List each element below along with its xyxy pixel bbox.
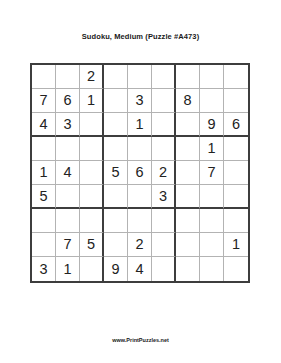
cell-r8c5[interactable]: 2 xyxy=(128,233,152,257)
cell-r3c5[interactable]: 1 xyxy=(128,113,152,137)
cell-r8c8[interactable] xyxy=(200,233,224,257)
cell-r8c4[interactable] xyxy=(104,233,128,257)
cell-r6c6[interactable]: 3 xyxy=(152,185,176,209)
cell-r4c4[interactable] xyxy=(104,137,128,161)
cell-r6c8[interactable] xyxy=(200,185,224,209)
cell-r7c3[interactable] xyxy=(80,209,104,233)
cell-r6c2[interactable] xyxy=(56,185,80,209)
cell-r1c4[interactable] xyxy=(104,65,128,89)
cell-r2c3[interactable]: 1 xyxy=(80,89,104,113)
cell-r7c1[interactable] xyxy=(32,209,56,233)
cell-r6c3[interactable] xyxy=(80,185,104,209)
cell-r7c5[interactable] xyxy=(128,209,152,233)
cell-r1c9[interactable] xyxy=(224,65,248,89)
cell-r1c7[interactable] xyxy=(176,65,200,89)
footer-site-url: www.PrintPuzzles.net xyxy=(0,337,281,343)
cell-r2c5[interactable]: 3 xyxy=(128,89,152,113)
cell-r6c5[interactable] xyxy=(128,185,152,209)
cell-r3c3[interactable] xyxy=(80,113,104,137)
cell-r9c8[interactable] xyxy=(200,257,224,281)
cell-r2c6[interactable] xyxy=(152,89,176,113)
cell-r4c9[interactable] xyxy=(224,137,248,161)
cell-r5c8[interactable]: 7 xyxy=(200,161,224,185)
cell-r7c7[interactable] xyxy=(176,209,200,233)
cell-r7c9[interactable] xyxy=(224,209,248,233)
cell-r4c7[interactable] xyxy=(176,137,200,161)
cell-r8c3[interactable]: 5 xyxy=(80,233,104,257)
cell-r5c4[interactable]: 5 xyxy=(104,161,128,185)
cell-r2c9[interactable] xyxy=(224,89,248,113)
cell-r7c2[interactable] xyxy=(56,209,80,233)
cell-r6c9[interactable] xyxy=(224,185,248,209)
cell-r8c7[interactable] xyxy=(176,233,200,257)
cell-r9c1[interactable]: 3 xyxy=(32,257,56,281)
cell-r4c3[interactable] xyxy=(80,137,104,161)
cell-r5c7[interactable] xyxy=(176,161,200,185)
cell-r3c7[interactable] xyxy=(176,113,200,137)
cell-r3c8[interactable]: 9 xyxy=(200,113,224,137)
cell-r2c2[interactable]: 6 xyxy=(56,89,80,113)
cell-r1c8[interactable] xyxy=(200,65,224,89)
cell-r4c2[interactable] xyxy=(56,137,80,161)
cell-r1c6[interactable] xyxy=(152,65,176,89)
cell-r1c3[interactable]: 2 xyxy=(80,65,104,89)
cell-r5c6[interactable]: 2 xyxy=(152,161,176,185)
cell-r3c9[interactable]: 6 xyxy=(224,113,248,137)
cell-r5c9[interactable] xyxy=(224,161,248,185)
cell-r2c4[interactable] xyxy=(104,89,128,113)
cell-r7c4[interactable] xyxy=(104,209,128,233)
cell-r1c5[interactable] xyxy=(128,65,152,89)
cell-r4c1[interactable] xyxy=(32,137,56,161)
cell-r6c4[interactable] xyxy=(104,185,128,209)
cell-r9c6[interactable] xyxy=(152,257,176,281)
cell-r4c8[interactable]: 1 xyxy=(200,137,224,161)
cell-r5c1[interactable]: 1 xyxy=(32,161,56,185)
cell-r4c5[interactable] xyxy=(128,137,152,161)
cell-r1c2[interactable] xyxy=(56,65,80,89)
sudoku-grid: 2761384319611456275375213194 xyxy=(30,63,250,283)
cell-r8c2[interactable]: 7 xyxy=(56,233,80,257)
cell-r8c6[interactable] xyxy=(152,233,176,257)
cell-r8c1[interactable] xyxy=(32,233,56,257)
sudoku-print-page: { "game": "sudoku", "difficulty": "Mediu… xyxy=(0,0,281,363)
cell-r3c4[interactable] xyxy=(104,113,128,137)
cell-r8c9[interactable]: 1 xyxy=(224,233,248,257)
cell-r5c5[interactable]: 6 xyxy=(128,161,152,185)
cell-r9c4[interactable]: 9 xyxy=(104,257,128,281)
page-title: Sudoku, Medium (Puzzle #A473) xyxy=(0,32,281,41)
cell-r9c7[interactable] xyxy=(176,257,200,281)
cell-r6c7[interactable] xyxy=(176,185,200,209)
cell-r7c6[interactable] xyxy=(152,209,176,233)
cell-r9c3[interactable] xyxy=(80,257,104,281)
cell-r7c8[interactable] xyxy=(200,209,224,233)
cell-r5c2[interactable]: 4 xyxy=(56,161,80,185)
cell-r2c1[interactable]: 7 xyxy=(32,89,56,113)
cell-r4c6[interactable] xyxy=(152,137,176,161)
cell-r5c3[interactable] xyxy=(80,161,104,185)
cell-r6c1[interactable]: 5 xyxy=(32,185,56,209)
cell-r9c9[interactable] xyxy=(224,257,248,281)
cell-r2c8[interactable] xyxy=(200,89,224,113)
cell-r1c1[interactable] xyxy=(32,65,56,89)
cell-r3c1[interactable]: 4 xyxy=(32,113,56,137)
cell-r9c2[interactable]: 1 xyxy=(56,257,80,281)
cell-r3c6[interactable] xyxy=(152,113,176,137)
cell-r3c2[interactable]: 3 xyxy=(56,113,80,137)
cell-r2c7[interactable]: 8 xyxy=(176,89,200,113)
cell-r9c5[interactable]: 4 xyxy=(128,257,152,281)
